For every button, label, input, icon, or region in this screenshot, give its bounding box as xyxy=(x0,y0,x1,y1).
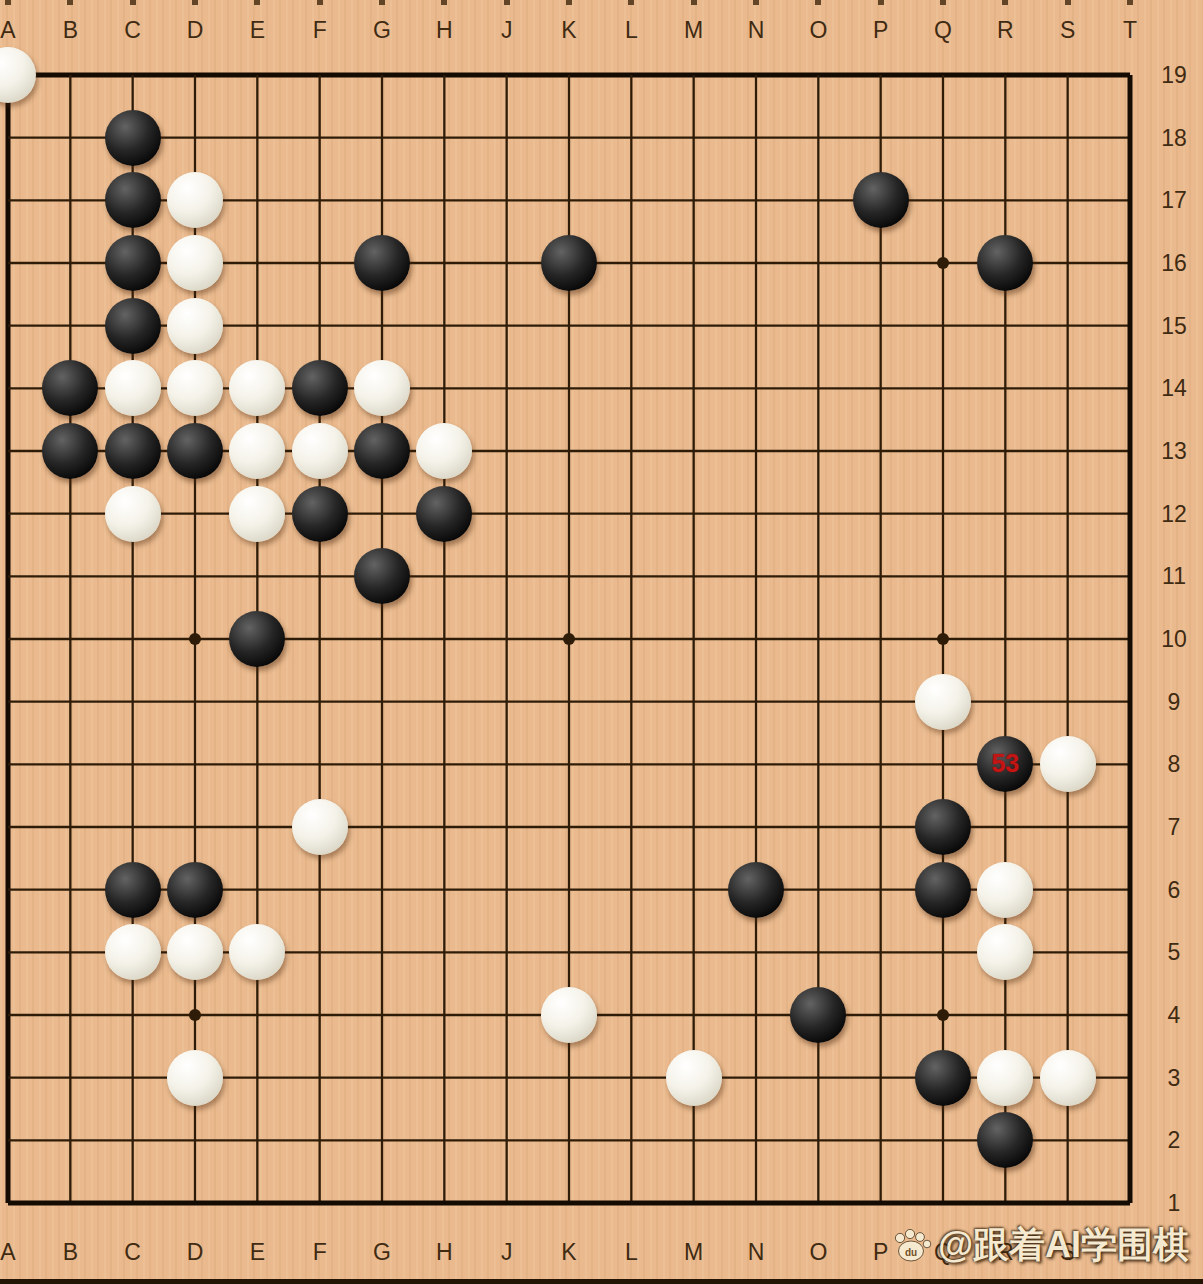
stone-white-Q9 xyxy=(915,674,971,730)
row-label-18: 18 xyxy=(1161,126,1187,149)
stone-white-G14 xyxy=(354,360,410,416)
col-label-G: G xyxy=(373,19,391,42)
col-label-H: H xyxy=(436,19,453,42)
col-label-F: F xyxy=(313,1241,327,1264)
col-label-O: O xyxy=(809,1241,827,1264)
stone-black-R16 xyxy=(977,235,1033,291)
bottom-edge-line xyxy=(0,1279,1203,1284)
stone-black-F12 xyxy=(292,486,348,542)
col-label-R: R xyxy=(997,19,1014,42)
stone-white-E12 xyxy=(229,486,285,542)
stone-black-D6 xyxy=(167,862,223,918)
row-label-15: 15 xyxy=(1161,314,1187,337)
top-tick xyxy=(566,0,572,5)
col-label-H: H xyxy=(436,1241,453,1264)
stone-white-E13 xyxy=(229,423,285,479)
col-label-T: T xyxy=(1123,19,1137,42)
stone-white-K4 xyxy=(541,987,597,1043)
col-label-P: P xyxy=(873,19,888,42)
top-tick xyxy=(317,0,323,5)
row-label-9: 9 xyxy=(1168,690,1181,713)
stone-white-S3 xyxy=(1040,1050,1096,1106)
row-label-10: 10 xyxy=(1161,628,1187,651)
top-tick xyxy=(1002,0,1008,5)
col-label-Q: Q xyxy=(934,19,952,42)
top-tick xyxy=(130,0,136,5)
stone-black-F14 xyxy=(292,360,348,416)
row-label-5: 5 xyxy=(1168,941,1181,964)
row-label-6: 6 xyxy=(1168,878,1181,901)
col-label-M: M xyxy=(684,1241,703,1264)
star-point-Q16 xyxy=(937,257,949,269)
top-tick xyxy=(1065,0,1071,5)
top-tick xyxy=(815,0,821,5)
row-label-3: 3 xyxy=(1168,1066,1181,1089)
col-label-S: S xyxy=(1060,1241,1075,1264)
stone-white-H13 xyxy=(416,423,472,479)
stone-white-S8 xyxy=(1040,736,1096,792)
top-tick xyxy=(5,0,11,5)
col-label-A: A xyxy=(0,1241,15,1264)
top-tick xyxy=(504,0,510,5)
col-label-F: F xyxy=(313,19,327,42)
col-label-K: K xyxy=(561,19,576,42)
stone-white-D16 xyxy=(167,235,223,291)
stone-black-G16 xyxy=(354,235,410,291)
stone-black-B13 xyxy=(42,423,98,479)
stone-black-Q7 xyxy=(915,799,971,855)
stone-white-D15 xyxy=(167,298,223,354)
top-tick xyxy=(254,0,260,5)
stone-black-C13 xyxy=(105,423,161,479)
stone-white-R3 xyxy=(977,1050,1033,1106)
col-label-K: K xyxy=(561,1241,576,1264)
col-label-T: T xyxy=(1123,1241,1137,1264)
col-label-R: R xyxy=(997,1241,1014,1264)
top-tick xyxy=(753,0,759,5)
stone-black-E10 xyxy=(229,611,285,667)
top-tick xyxy=(379,0,385,5)
stone-white-F7 xyxy=(292,799,348,855)
col-label-D: D xyxy=(187,19,204,42)
row-label-17: 17 xyxy=(1161,189,1187,212)
top-tick xyxy=(940,0,946,5)
row-label-13: 13 xyxy=(1161,440,1187,463)
stone-white-D17 xyxy=(167,172,223,228)
top-tick xyxy=(878,0,884,5)
stone-black-G11 xyxy=(354,548,410,604)
stone-black-C18 xyxy=(105,110,161,166)
top-tick xyxy=(67,0,73,5)
col-label-J: J xyxy=(501,1241,513,1264)
col-label-L: L xyxy=(625,19,638,42)
stone-black-K16 xyxy=(541,235,597,291)
star-point-Q4 xyxy=(937,1009,949,1021)
col-label-M: M xyxy=(684,19,703,42)
col-label-B: B xyxy=(63,19,78,42)
star-point-D10 xyxy=(189,633,201,645)
stone-white-D5 xyxy=(167,924,223,980)
stone-black-G13 xyxy=(354,423,410,479)
stone-black-C17 xyxy=(105,172,161,228)
col-label-C: C xyxy=(124,19,141,42)
stone-black-N6 xyxy=(728,862,784,918)
stone-black-D13 xyxy=(167,423,223,479)
col-label-E: E xyxy=(250,1241,265,1264)
col-label-E: E xyxy=(250,19,265,42)
top-tick xyxy=(441,0,447,5)
col-label-Q: Q xyxy=(934,1241,952,1264)
col-label-D: D xyxy=(187,1241,204,1264)
row-label-4: 4 xyxy=(1168,1004,1181,1027)
stone-white-C5 xyxy=(105,924,161,980)
row-label-1: 1 xyxy=(1168,1192,1181,1215)
stone-black-Q3 xyxy=(915,1050,971,1106)
star-point-D4 xyxy=(189,1009,201,1021)
go-board-screenshot: ABCDEFGHJKLMNOPQRST ABCDEFGHJKLMNOPQRST … xyxy=(0,0,1203,1284)
stone-white-D14 xyxy=(167,360,223,416)
col-label-J: J xyxy=(501,19,513,42)
col-label-G: G xyxy=(373,1241,391,1264)
col-label-A: A xyxy=(0,19,15,42)
row-label-8: 8 xyxy=(1168,753,1181,776)
col-label-S: S xyxy=(1060,19,1075,42)
stone-white-M3 xyxy=(666,1050,722,1106)
row-label-11: 11 xyxy=(1162,565,1186,588)
top-tick xyxy=(628,0,634,5)
stone-white-F13 xyxy=(292,423,348,479)
top-tick xyxy=(1127,0,1133,5)
col-label-B: B xyxy=(63,1241,78,1264)
stone-black-C6 xyxy=(105,862,161,918)
row-label-2: 2 xyxy=(1168,1129,1181,1152)
star-point-Q10 xyxy=(937,633,949,645)
stone-white-D3 xyxy=(167,1050,223,1106)
col-label-P: P xyxy=(873,1241,888,1264)
star-point-K10 xyxy=(563,633,575,645)
col-label-C: C xyxy=(124,1241,141,1264)
row-label-14: 14 xyxy=(1161,377,1187,400)
stone-white-C14 xyxy=(105,360,161,416)
row-label-16: 16 xyxy=(1161,252,1187,275)
stone-black-C16 xyxy=(105,235,161,291)
col-label-N: N xyxy=(748,1241,765,1264)
col-label-N: N xyxy=(748,19,765,42)
stone-white-R6 xyxy=(977,862,1033,918)
stone-black-C15 xyxy=(105,298,161,354)
row-label-19: 19 xyxy=(1161,64,1187,87)
col-label-O: O xyxy=(809,19,827,42)
stone-black-Q6 xyxy=(915,862,971,918)
top-tick xyxy=(192,0,198,5)
stone-white-C12 xyxy=(105,486,161,542)
row-label-7: 7 xyxy=(1168,816,1181,839)
top-tick xyxy=(691,0,697,5)
stone-black-P17 xyxy=(853,172,909,228)
last-move-number: 53 xyxy=(991,749,1019,778)
col-label-L: L xyxy=(625,1241,638,1264)
row-label-12: 12 xyxy=(1161,502,1187,525)
stone-black-H12 xyxy=(416,486,472,542)
stone-black-O4 xyxy=(790,987,846,1043)
